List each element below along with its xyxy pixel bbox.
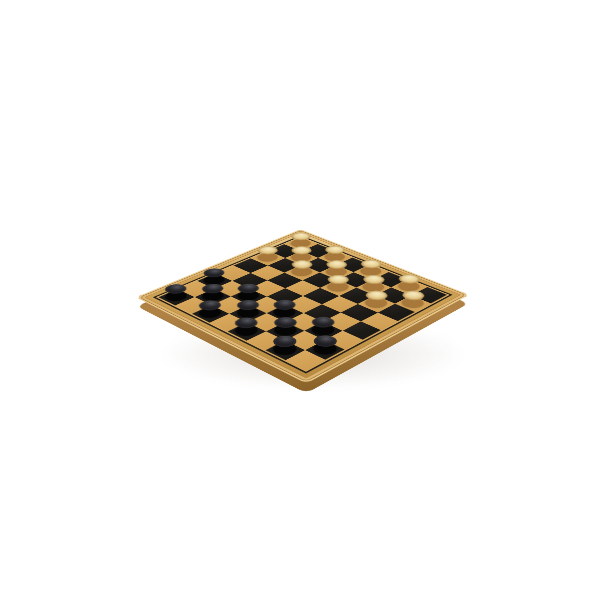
product-photo-scene bbox=[0, 0, 600, 600]
checker-piece-white[interactable] bbox=[361, 289, 392, 303]
checker-piece-white[interactable] bbox=[357, 258, 386, 270]
board-square[interactable] bbox=[192, 305, 229, 322]
checker-piece-white[interactable] bbox=[395, 273, 425, 286]
checker-piece-white[interactable] bbox=[287, 231, 315, 242]
checker-piece-black[interactable] bbox=[308, 333, 341, 349]
checker-piece-white[interactable] bbox=[321, 244, 349, 256]
